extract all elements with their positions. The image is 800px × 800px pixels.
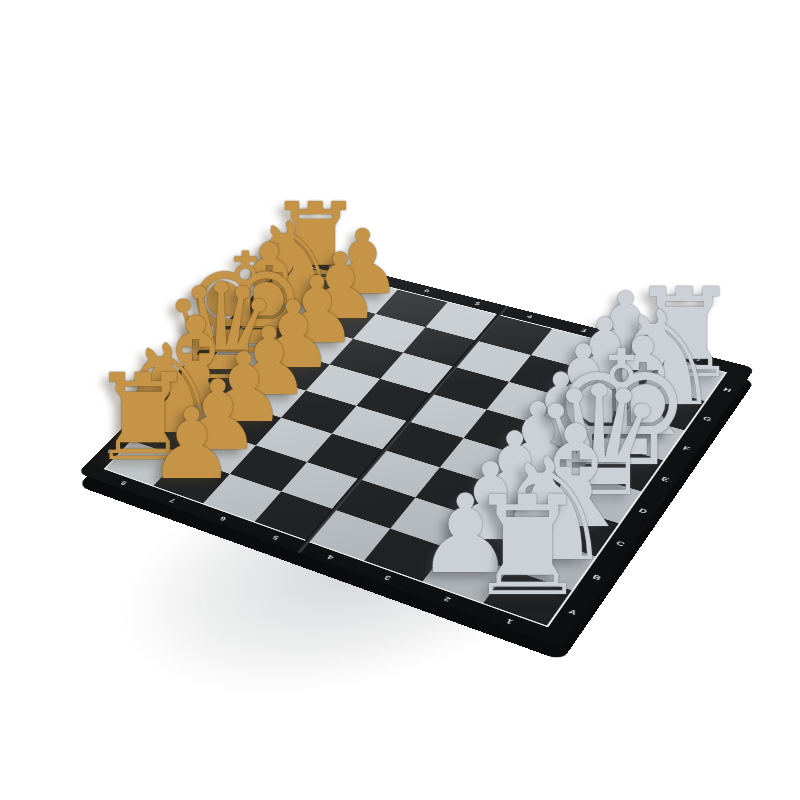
pieces-layer: ♜♞♝♛♚♝♞♜♟♟♟♟♟♟♟♟♟♟♟♟♟♟♟♟♜♞♝♛♚♝♞♜ <box>0 0 800 800</box>
product-photo-scene: 1122334455667788AABBCCDDEEFFGGHH ♜♞♝♛♚♝♞… <box>0 0 800 800</box>
piece-silver-rook-a1[interactable]: ♜ <box>466 477 589 614</box>
piece-gold-pawn-a7[interactable]: ♟ <box>148 395 236 493</box>
